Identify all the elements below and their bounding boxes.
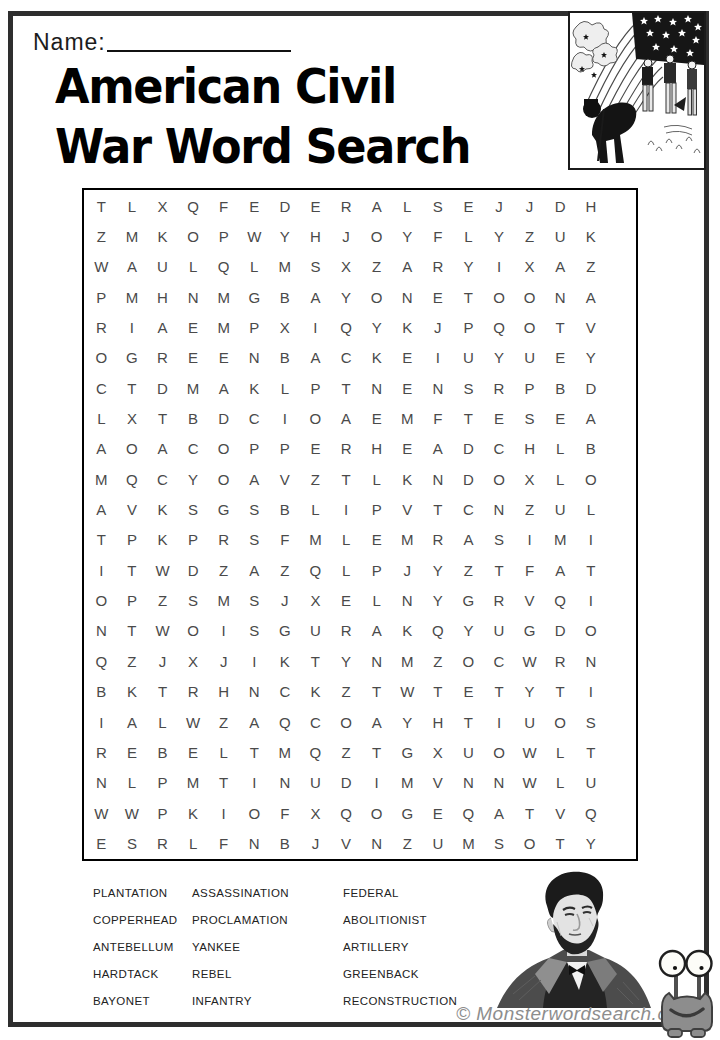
grid-cell-r21c8[interactable]: X [300,798,331,828]
grid-cell-r3c17[interactable]: Z [576,252,607,282]
grid-cell-r14c16[interactable]: Q [545,585,576,615]
grid-cell-r5c11[interactable]: K [392,312,423,342]
grid-cell-r16c15[interactable]: W [514,646,545,676]
name-input-line[interactable] [107,31,291,52]
grid-cell-r17c8[interactable]: K [300,677,331,707]
grid-cell-r15c10[interactable]: A [361,616,392,646]
grid-cell-r4c12[interactable]: E [423,282,454,312]
grid-cell-r22c16[interactable]: T [545,828,576,858]
grid-cell-r22c7[interactable]: B [270,828,301,858]
grid-cell-r11c3[interactable]: K [147,494,178,524]
grid-cell-r11c13[interactable]: C [453,494,484,524]
grid-cell-r14c9[interactable]: E [331,585,362,615]
grid-cell-r15c17[interactable]: O [576,616,607,646]
grid-cell-r7c2[interactable]: T [117,373,148,403]
grid-cell-r15c7[interactable]: G [270,616,301,646]
grid-cell-r14c5[interactable]: M [208,585,239,615]
grid-cell-r12c3[interactable]: K [147,525,178,555]
grid-cell-r13c2[interactable]: T [117,555,148,585]
grid-cell-r12c9[interactable]: L [331,525,362,555]
grid-cell-r16c8[interactable]: T [300,646,331,676]
grid-cell-r7c16[interactable]: B [545,373,576,403]
grid-cell-r16c6[interactable]: I [239,646,270,676]
grid-cell-r13c6[interactable]: A [239,555,270,585]
grid-cell-r3c2[interactable]: A [117,252,148,282]
grid-cell-r19c14[interactable]: O [484,737,515,767]
grid-cell-r10c1[interactable]: M [86,464,117,494]
grid-cell-r12c16[interactable]: M [545,525,576,555]
grid-cell-r1c5[interactable]: F [208,191,239,221]
grid-cell-r20c1[interactable]: N [86,768,117,798]
grid-cell-r7c12[interactable]: N [423,373,454,403]
grid-cell-r9c6[interactable]: P [239,434,270,464]
grid-cell-r5c14[interactable]: Q [484,312,515,342]
grid-cell-r6c9[interactable]: C [331,343,362,373]
grid-cell-r2c16[interactable]: U [545,221,576,251]
grid-cell-r22c9[interactable]: V [331,828,362,858]
grid-cell-r22c13[interactable]: M [453,828,484,858]
grid-cell-r3c14[interactable]: I [484,252,515,282]
grid-cell-r22c6[interactable]: N [239,828,270,858]
grid-cell-r15c8[interactable]: U [300,616,331,646]
grid-cell-r6c12[interactable]: I [423,343,454,373]
grid-cell-r14c6[interactable]: S [239,585,270,615]
grid-cell-r1c9[interactable]: R [331,191,362,221]
grid-cell-r15c4[interactable]: O [178,616,209,646]
grid-cell-r19c7[interactable]: M [270,737,301,767]
grid-cell-r15c6[interactable]: S [239,616,270,646]
grid-cell-r10c11[interactable]: K [392,464,423,494]
grid-cell-r7c13[interactable]: S [453,373,484,403]
grid-cell-r16c11[interactable]: M [392,646,423,676]
grid-cell-r8c8[interactable]: O [300,403,331,433]
grid-cell-r7c17[interactable]: D [576,373,607,403]
grid-cell-r15c3[interactable]: W [147,616,178,646]
grid-cell-r21c14[interactable]: A [484,798,515,828]
grid-cell-r14c10[interactable]: L [361,585,392,615]
grid-cell-r20c14[interactable]: N [484,768,515,798]
grid-cell-r13c4[interactable]: D [178,555,209,585]
grid-cell-r8c10[interactable]: E [361,403,392,433]
grid-cell-r12c15[interactable]: I [514,525,545,555]
grid-cell-r22c12[interactable]: U [423,828,454,858]
grid-cell-r6c8[interactable]: A [300,343,331,373]
grid-cell-r21c13[interactable]: Q [453,798,484,828]
grid-cell-r20c16[interactable]: L [545,768,576,798]
grid-cell-r5c12[interactable]: J [423,312,454,342]
grid-cell-r10c13[interactable]: D [453,464,484,494]
grid-cell-r17c5[interactable]: H [208,677,239,707]
grid-cell-r2c9[interactable]: J [331,221,362,251]
grid-cell-r21c9[interactable]: Q [331,798,362,828]
grid-cell-r13c16[interactable]: A [545,555,576,585]
grid-cell-r22c11[interactable]: Z [392,828,423,858]
grid-cell-r20c17[interactable]: U [576,768,607,798]
grid-cell-r19c9[interactable]: Z [331,737,362,767]
grid-cell-r19c2[interactable]: E [117,737,148,767]
grid-cell-r18c10[interactable]: A [361,707,392,737]
grid-cell-r13c11[interactable]: J [392,555,423,585]
grid-cell-r7c8[interactable]: P [300,373,331,403]
grid-cell-r9c17[interactable]: B [576,434,607,464]
grid-cell-r16c9[interactable]: Y [331,646,362,676]
grid-cell-r8c16[interactable]: E [545,403,576,433]
grid-cell-r8c12[interactable]: F [423,403,454,433]
grid-cell-r4c8[interactable]: A [300,282,331,312]
grid-cell-r8c14[interactable]: E [484,403,515,433]
grid-cell-r6c15[interactable]: U [514,343,545,373]
grid-cell-r16c7[interactable]: K [270,646,301,676]
grid-cell-r12c14[interactable]: S [484,525,515,555]
grid-cell-r13c13[interactable]: Z [453,555,484,585]
grid-cell-r13c10[interactable]: P [361,555,392,585]
grid-cell-r15c12[interactable]: Q [423,616,454,646]
grid-cell-r5c1[interactable]: R [86,312,117,342]
grid-cell-r14c8[interactable]: X [300,585,331,615]
grid-cell-r10c9[interactable]: T [331,464,362,494]
grid-cell-r10c2[interactable]: Q [117,464,148,494]
grid-cell-r16c12[interactable]: Z [423,646,454,676]
grid-cell-r14c13[interactable]: G [453,585,484,615]
grid-cell-r22c2[interactable]: S [117,828,148,858]
grid-cell-r5c8[interactable]: I [300,312,331,342]
grid-cell-r2c2[interactable]: M [117,221,148,251]
grid-cell-r7c7[interactable]: L [270,373,301,403]
grid-cell-r12c11[interactable]: M [392,525,423,555]
grid-cell-r6c13[interactable]: U [453,343,484,373]
grid-cell-r4c16[interactable]: N [545,282,576,312]
grid-cell-r2c11[interactable]: Y [392,221,423,251]
grid-cell-r2c12[interactable]: F [423,221,454,251]
grid-cell-r1c15[interactable]: J [514,191,545,221]
grid-cell-r12c1[interactable]: T [86,525,117,555]
grid-cell-r8c13[interactable]: T [453,403,484,433]
grid-cell-r4c11[interactable]: N [392,282,423,312]
grid-cell-r5c15[interactable]: O [514,312,545,342]
grid-cell-r15c14[interactable]: U [484,616,515,646]
grid-cell-r5c13[interactable]: P [453,312,484,342]
grid-cell-r3c7[interactable]: M [270,252,301,282]
grid-cell-r16c16[interactable]: R [545,646,576,676]
grid-cell-r2c7[interactable]: Y [270,221,301,251]
grid-cell-r22c17[interactable]: Y [576,828,607,858]
grid-cell-r10c6[interactable]: A [239,464,270,494]
grid-cell-r21c16[interactable]: V [545,798,576,828]
grid-cell-r14c17[interactable]: I [576,585,607,615]
grid-cell-r1c13[interactable]: E [453,191,484,221]
grid-cell-r6c6[interactable]: N [239,343,270,373]
grid-cell-r14c14[interactable]: R [484,585,515,615]
grid-cell-r2c14[interactable]: Y [484,221,515,251]
grid-cell-r17c3[interactable]: T [147,677,178,707]
grid-cell-r18c17[interactable]: S [576,707,607,737]
grid-cell-r4c13[interactable]: T [453,282,484,312]
grid-cell-r1c6[interactable]: E [239,191,270,221]
grid-cell-r14c15[interactable]: V [514,585,545,615]
grid-cell-r3c15[interactable]: X [514,252,545,282]
grid-cell-r21c1[interactable]: W [86,798,117,828]
grid-cell-r4c7[interactable]: B [270,282,301,312]
grid-cell-r5c16[interactable]: T [545,312,576,342]
grid-cell-r5c2[interactable]: I [117,312,148,342]
grid-cell-r22c15[interactable]: O [514,828,545,858]
grid-cell-r17c10[interactable]: T [361,677,392,707]
grid-cell-r16c17[interactable]: N [576,646,607,676]
grid-cell-r21c11[interactable]: G [392,798,423,828]
grid-cell-r12c5[interactable]: R [208,525,239,555]
grid-cell-r21c17[interactable]: Q [576,798,607,828]
grid-cell-r2c4[interactable]: O [178,221,209,251]
grid-cell-r7c15[interactable]: P [514,373,545,403]
grid-cell-r17c16[interactable]: T [545,677,576,707]
grid-cell-r3c1[interactable]: W [86,252,117,282]
grid-cell-r11c5[interactable]: G [208,494,239,524]
grid-cell-r11c16[interactable]: U [545,494,576,524]
grid-cell-r18c3[interactable]: L [147,707,178,737]
grid-cell-r6c11[interactable]: E [392,343,423,373]
grid-cell-r1c14[interactable]: J [484,191,515,221]
grid-cell-r1c7[interactable]: D [270,191,301,221]
grid-cell-r6c7[interactable]: B [270,343,301,373]
grid-cell-r6c14[interactable]: Y [484,343,515,373]
grid-cell-r4c4[interactable]: N [178,282,209,312]
grid-cell-r8c1[interactable]: L [86,403,117,433]
grid-cell-r4c6[interactable]: G [239,282,270,312]
grid-cell-r16c10[interactable]: N [361,646,392,676]
grid-cell-r5c6[interactable]: P [239,312,270,342]
grid-cell-r6c2[interactable]: G [117,343,148,373]
grid-cell-r13c3[interactable]: W [147,555,178,585]
grid-cell-r2c17[interactable]: K [576,221,607,251]
grid-cell-r1c11[interactable]: L [392,191,423,221]
grid-cell-r8c2[interactable]: X [117,403,148,433]
grid-cell-r11c1[interactable]: A [86,494,117,524]
grid-cell-r8c15[interactable]: S [514,403,545,433]
grid-cell-r14c2[interactable]: P [117,585,148,615]
grid-cell-r12c13[interactable]: A [453,525,484,555]
grid-cell-r19c15[interactable]: W [514,737,545,767]
grid-cell-r1c2[interactable]: L [117,191,148,221]
grid-cell-r13c15[interactable]: F [514,555,545,585]
grid-cell-r12c2[interactable]: P [117,525,148,555]
grid-cell-r18c6[interactable]: A [239,707,270,737]
grid-cell-r6c4[interactable]: E [178,343,209,373]
grid-cell-r4c9[interactable]: Y [331,282,362,312]
grid-cell-r4c5[interactable]: M [208,282,239,312]
grid-cell-r3c12[interactable]: R [423,252,454,282]
grid-cell-r7c6[interactable]: K [239,373,270,403]
grid-cell-r16c1[interactable]: Q [86,646,117,676]
grid-cell-r19c1[interactable]: R [86,737,117,767]
grid-cell-r11c2[interactable]: V [117,494,148,524]
grid-cell-r15c5[interactable]: I [208,616,239,646]
grid-cell-r8c9[interactable]: A [331,403,362,433]
grid-cell-r12c17[interactable]: I [576,525,607,555]
grid-cell-r22c8[interactable]: J [300,828,331,858]
grid-cell-r2c3[interactable]: K [147,221,178,251]
grid-cell-r5c4[interactable]: E [178,312,209,342]
grid-cell-r9c12[interactable]: A [423,434,454,464]
grid-cell-r18c5[interactable]: Z [208,707,239,737]
grid-cell-r1c1[interactable]: T [86,191,117,221]
grid-cell-r4c17[interactable]: A [576,282,607,312]
grid-cell-r20c12[interactable]: V [423,768,454,798]
grid-cell-r18c2[interactable]: A [117,707,148,737]
grid-cell-r21c10[interactable]: O [361,798,392,828]
grid-cell-r20c11[interactable]: M [392,768,423,798]
grid-cell-r11c14[interactable]: N [484,494,515,524]
grid-cell-r1c12[interactable]: S [423,191,454,221]
grid-cell-r19c10[interactable]: T [361,737,392,767]
grid-cell-r17c12[interactable]: T [423,677,454,707]
grid-cell-r15c2[interactable]: T [117,616,148,646]
grid-cell-r20c9[interactable]: D [331,768,362,798]
grid-cell-r21c2[interactable]: W [117,798,148,828]
grid-cell-r16c13[interactable]: O [453,646,484,676]
grid-cell-r10c4[interactable]: Y [178,464,209,494]
grid-cell-r13c5[interactable]: Z [208,555,239,585]
grid-cell-r3c11[interactable]: A [392,252,423,282]
grid-cell-r8c11[interactable]: M [392,403,423,433]
grid-cell-r10c5[interactable]: O [208,464,239,494]
grid-cell-r1c16[interactable]: D [545,191,576,221]
grid-cell-r3c4[interactable]: L [178,252,209,282]
grid-cell-r15c13[interactable]: Y [453,616,484,646]
grid-cell-r12c12[interactable]: R [423,525,454,555]
grid-cell-r20c4[interactable]: M [178,768,209,798]
grid-cell-r10c8[interactable]: Z [300,464,331,494]
grid-cell-r7c9[interactable]: T [331,373,362,403]
grid-cell-r4c1[interactable]: P [86,282,117,312]
grid-cell-r3c16[interactable]: A [545,252,576,282]
grid-cell-r22c5[interactable]: F [208,828,239,858]
grid-cell-r17c1[interactable]: B [86,677,117,707]
grid-cell-r4c10[interactable]: O [361,282,392,312]
grid-cell-r17c9[interactable]: Z [331,677,362,707]
grid-cell-r1c17[interactable]: H [576,191,607,221]
grid-cell-r19c8[interactable]: Q [300,737,331,767]
grid-cell-r18c16[interactable]: O [545,707,576,737]
grid-cell-r3c8[interactable]: S [300,252,331,282]
grid-cell-r14c12[interactable]: Y [423,585,454,615]
grid-cell-r7c14[interactable]: R [484,373,515,403]
grid-cell-r20c15[interactable]: W [514,768,545,798]
grid-cell-r3c10[interactable]: Z [361,252,392,282]
grid-cell-r7c1[interactable]: C [86,373,117,403]
grid-cell-r18c1[interactable]: I [86,707,117,737]
grid-cell-r8c7[interactable]: I [270,403,301,433]
grid-cell-r22c3[interactable]: R [147,828,178,858]
grid-cell-r22c10[interactable]: N [361,828,392,858]
grid-cell-r3c3[interactable]: U [147,252,178,282]
grid-cell-r21c4[interactable]: K [178,798,209,828]
grid-cell-r7c5[interactable]: A [208,373,239,403]
grid-cell-r20c7[interactable]: N [270,768,301,798]
grid-cell-r16c2[interactable]: Z [117,646,148,676]
grid-cell-r8c4[interactable]: B [178,403,209,433]
grid-cell-r14c3[interactable]: Z [147,585,178,615]
grid-cell-r17c13[interactable]: E [453,677,484,707]
grid-cell-r22c1[interactable]: E [86,828,117,858]
grid-cell-r12c7[interactable]: F [270,525,301,555]
grid-cell-r2c1[interactable]: Z [86,221,117,251]
grid-cell-r12c4[interactable]: P [178,525,209,555]
grid-cell-r19c6[interactable]: T [239,737,270,767]
grid-cell-r6c3[interactable]: R [147,343,178,373]
grid-cell-r8c3[interactable]: T [147,403,178,433]
grid-cell-r13c8[interactable]: Q [300,555,331,585]
grid-cell-r21c15[interactable]: T [514,798,545,828]
grid-cell-r10c14[interactable]: O [484,464,515,494]
grid-cell-r19c3[interactable]: B [147,737,178,767]
grid-cell-r8c6[interactable]: C [239,403,270,433]
grid-cell-r2c13[interactable]: L [453,221,484,251]
grid-cell-r9c5[interactable]: O [208,434,239,464]
grid-cell-r18c12[interactable]: H [423,707,454,737]
grid-cell-r9c8[interactable]: E [300,434,331,464]
grid-cell-r5c3[interactable]: A [147,312,178,342]
grid-cell-r15c1[interactable]: N [86,616,117,646]
grid-cell-r19c16[interactable]: L [545,737,576,767]
grid-cell-r17c2[interactable]: K [117,677,148,707]
grid-cell-r4c3[interactable]: H [147,282,178,312]
grid-cell-r14c7[interactable]: J [270,585,301,615]
grid-cell-r1c10[interactable]: A [361,191,392,221]
grid-cell-r9c15[interactable]: H [514,434,545,464]
grid-cell-r14c1[interactable]: O [86,585,117,615]
grid-cell-r11c12[interactable]: T [423,494,454,524]
grid-cell-r21c6[interactable]: O [239,798,270,828]
grid-cell-r9c3[interactable]: A [147,434,178,464]
grid-cell-r20c6[interactable]: I [239,768,270,798]
grid-cell-r5c17[interactable]: V [576,312,607,342]
grid-cell-r2c8[interactable]: H [300,221,331,251]
grid-cell-r5c10[interactable]: Y [361,312,392,342]
grid-cell-r11c11[interactable]: V [392,494,423,524]
grid-cell-r13c17[interactable]: T [576,555,607,585]
grid-cell-r20c3[interactable]: P [147,768,178,798]
grid-cell-r16c14[interactable]: C [484,646,515,676]
grid-cell-r12c8[interactable]: M [300,525,331,555]
grid-cell-r15c9[interactable]: R [331,616,362,646]
grid-cell-r8c17[interactable]: A [576,403,607,433]
grid-cell-r21c12[interactable]: E [423,798,454,828]
grid-cell-r8c5[interactable]: D [208,403,239,433]
grid-cell-r9c10[interactable]: H [361,434,392,464]
grid-cell-r2c10[interactable]: O [361,221,392,251]
grid-cell-r9c13[interactable]: D [453,434,484,464]
grid-cell-r2c6[interactable]: W [239,221,270,251]
grid-cell-r18c8[interactable]: C [300,707,331,737]
grid-cell-r21c3[interactable]: P [147,798,178,828]
grid-cell-r18c15[interactable]: U [514,707,545,737]
grid-cell-r13c9[interactable]: L [331,555,362,585]
grid-cell-r5c5[interactable]: M [208,312,239,342]
grid-cell-r4c14[interactable]: O [484,282,515,312]
grid-cell-r16c3[interactable]: J [147,646,178,676]
grid-cell-r15c16[interactable]: D [545,616,576,646]
grid-cell-r16c4[interactable]: X [178,646,209,676]
grid-cell-r14c4[interactable]: S [178,585,209,615]
grid-cell-r9c14[interactable]: C [484,434,515,464]
grid-cell-r17c15[interactable]: Y [514,677,545,707]
grid-cell-r17c11[interactable]: W [392,677,423,707]
grid-cell-r18c9[interactable]: O [331,707,362,737]
grid-cell-r12c6[interactable]: S [239,525,270,555]
grid-cell-r17c14[interactable]: T [484,677,515,707]
grid-cell-r2c15[interactable]: Z [514,221,545,251]
grid-cell-r21c7[interactable]: F [270,798,301,828]
